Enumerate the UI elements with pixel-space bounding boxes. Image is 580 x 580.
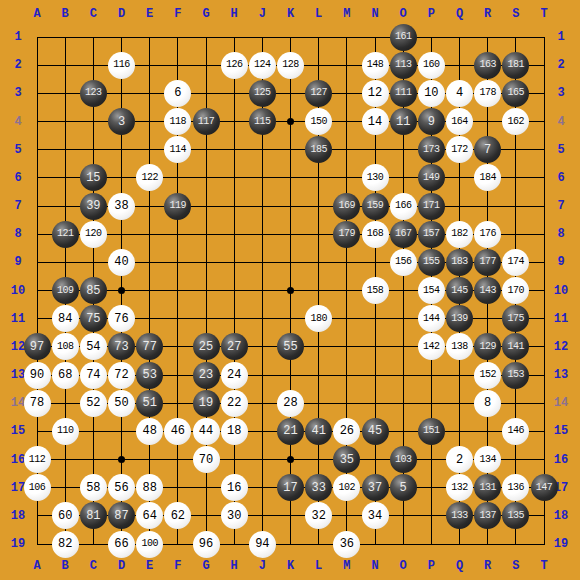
column-label-top: K	[287, 8, 294, 20]
stone-D9: 40	[108, 249, 135, 276]
row-label-right: 18	[554, 510, 568, 522]
column-label-top: H	[231, 8, 238, 20]
stone-D13: 72	[108, 362, 135, 389]
stone-C10: 85	[80, 277, 107, 304]
column-label-bottom: M	[343, 560, 350, 572]
stone-S3: 165	[502, 80, 529, 107]
stone-S4: 162	[502, 108, 529, 135]
column-label-top: R	[484, 8, 491, 20]
row-label-left: 3	[14, 87, 21, 99]
column-label-bottom: C	[90, 560, 97, 572]
row-label-right: 15	[554, 425, 568, 437]
stone-E17: 88	[136, 474, 163, 501]
row-label-right: 10	[554, 285, 568, 297]
star-point	[287, 118, 294, 125]
column-label-top: F	[174, 8, 181, 20]
stone-P15: 151	[418, 418, 445, 445]
star-point	[287, 456, 294, 463]
stone-D12: 73	[108, 333, 135, 360]
stone-L11: 180	[305, 305, 332, 332]
stone-Q8: 182	[446, 221, 473, 248]
stone-H13: 24	[221, 362, 248, 389]
stone-P5: 173	[418, 136, 445, 163]
stone-K17: 17	[277, 474, 304, 501]
stone-N7: 159	[362, 193, 389, 220]
stone-Q11: 139	[446, 305, 473, 332]
column-label-top: M	[343, 8, 350, 20]
stone-S17: 136	[502, 474, 529, 501]
stone-J3: 125	[249, 80, 276, 107]
stone-Q17: 132	[446, 474, 473, 501]
row-label-left: 11	[11, 313, 25, 325]
stone-L17: 33	[305, 474, 332, 501]
stone-E14: 51	[136, 390, 163, 417]
column-label-top: L	[315, 8, 322, 20]
stone-D2: 116	[108, 52, 135, 79]
row-label-right: 1	[557, 31, 564, 43]
stone-R12: 129	[474, 333, 501, 360]
stone-K2: 128	[277, 52, 304, 79]
go-board[interactable]: AABBCCDDEEFFGGHHJJKKLLMMNNOOPPQQRRSSTT11…	[0, 0, 580, 580]
column-label-top: J	[259, 8, 266, 20]
stone-L3: 127	[305, 80, 332, 107]
row-label-right: 3	[557, 87, 564, 99]
stone-C14: 52	[80, 390, 107, 417]
stone-Q10: 145	[446, 277, 473, 304]
stone-P12: 142	[418, 333, 445, 360]
stone-P6: 149	[418, 164, 445, 191]
star-point	[118, 287, 125, 294]
stone-C7: 39	[80, 193, 107, 220]
stone-B11: 84	[52, 305, 79, 332]
row-label-right: 16	[554, 454, 568, 466]
stone-B18: 60	[52, 502, 79, 529]
star-point	[118, 456, 125, 463]
row-label-left: 2	[14, 59, 21, 71]
column-label-bottom: E	[146, 560, 153, 572]
stone-A17: 106	[24, 474, 51, 501]
row-label-left: 5	[14, 144, 21, 156]
stone-H18: 30	[221, 502, 248, 529]
row-label-right: 2	[557, 59, 564, 71]
stone-S15: 146	[502, 418, 529, 445]
stone-M7: 169	[333, 193, 360, 220]
stone-M16: 35	[333, 446, 360, 473]
stone-C13: 74	[80, 362, 107, 389]
row-label-right: 14	[554, 397, 568, 409]
stone-Q12: 138	[446, 333, 473, 360]
stone-H12: 27	[221, 333, 248, 360]
stone-H15: 18	[221, 418, 248, 445]
stone-G14: 19	[193, 390, 220, 417]
stone-G13: 23	[193, 362, 220, 389]
stone-C17: 58	[80, 474, 107, 501]
stone-L4: 150	[305, 108, 332, 135]
stone-F18: 62	[164, 502, 191, 529]
stone-R3: 178	[474, 80, 501, 107]
stone-R13: 152	[474, 362, 501, 389]
stone-E13: 53	[136, 362, 163, 389]
stone-L15: 41	[305, 418, 332, 445]
row-label-right: 19	[554, 538, 568, 550]
stone-D14: 50	[108, 390, 135, 417]
stone-C3: 123	[80, 80, 107, 107]
row-label-left: 9	[14, 256, 21, 268]
stone-E19: 100	[136, 531, 163, 558]
stone-N15: 45	[362, 418, 389, 445]
stone-R2: 163	[474, 52, 501, 79]
stone-C12: 54	[80, 333, 107, 360]
stone-L5: 185	[305, 136, 332, 163]
column-label-top: N	[371, 8, 378, 20]
stone-O4: 11	[390, 108, 417, 135]
stone-O16: 103	[390, 446, 417, 473]
column-label-top: G	[202, 8, 209, 20]
stone-P4: 9	[418, 108, 445, 135]
stone-R6: 184	[474, 164, 501, 191]
stone-K12: 55	[277, 333, 304, 360]
stone-R17: 131	[474, 474, 501, 501]
column-label-top: A	[33, 8, 40, 20]
row-label-right: 13	[554, 369, 568, 381]
row-label-right: 7	[557, 200, 564, 212]
stone-S11: 175	[502, 305, 529, 332]
stone-D18: 87	[108, 502, 135, 529]
stone-R5: 7	[474, 136, 501, 163]
stone-S12: 141	[502, 333, 529, 360]
stone-T17: 147	[531, 474, 558, 501]
stone-B10: 109	[52, 277, 79, 304]
stone-A13: 90	[24, 362, 51, 389]
stone-L18: 32	[305, 502, 332, 529]
stone-S10: 170	[502, 277, 529, 304]
row-label-right: 12	[554, 341, 568, 353]
stone-Q18: 133	[446, 502, 473, 529]
stone-K15: 21	[277, 418, 304, 445]
row-label-right: 4	[557, 116, 564, 128]
row-label-left: 15	[11, 425, 25, 437]
stone-R16: 134	[474, 446, 501, 473]
stone-S9: 174	[502, 249, 529, 276]
stone-A12: 97	[24, 333, 51, 360]
stone-B13: 68	[52, 362, 79, 389]
stone-G19: 96	[193, 531, 220, 558]
stone-J2: 124	[249, 52, 276, 79]
stone-R14: 8	[474, 390, 501, 417]
stone-N6: 130	[362, 164, 389, 191]
stone-O1: 161	[390, 24, 417, 51]
column-label-top: S	[512, 8, 519, 20]
stone-M15: 26	[333, 418, 360, 445]
column-label-top: T	[540, 8, 547, 20]
stone-F4: 118	[164, 108, 191, 135]
stone-N17: 37	[362, 474, 389, 501]
stone-B12: 108	[52, 333, 79, 360]
column-label-bottom: L	[315, 560, 322, 572]
column-label-bottom: T	[540, 560, 547, 572]
stone-P3: 10	[418, 80, 445, 107]
stone-D11: 76	[108, 305, 135, 332]
column-label-top: B	[62, 8, 69, 20]
row-label-right: 11	[554, 313, 568, 325]
stone-E18: 64	[136, 502, 163, 529]
stone-G15: 44	[193, 418, 220, 445]
stone-E15: 48	[136, 418, 163, 445]
stone-D19: 66	[108, 531, 135, 558]
stone-B15: 110	[52, 418, 79, 445]
stone-G16: 70	[193, 446, 220, 473]
stone-N10: 158	[362, 277, 389, 304]
stone-O7: 166	[390, 193, 417, 220]
stone-D17: 56	[108, 474, 135, 501]
stone-R18: 137	[474, 502, 501, 529]
stone-N8: 168	[362, 221, 389, 248]
stone-R8: 176	[474, 221, 501, 248]
column-label-top: O	[400, 8, 407, 20]
stone-F15: 46	[164, 418, 191, 445]
stone-P2: 160	[418, 52, 445, 79]
stone-G4: 117	[193, 108, 220, 135]
grid-line-vertical	[544, 37, 545, 545]
stone-P7: 171	[418, 193, 445, 220]
row-label-left: 18	[11, 510, 25, 522]
column-label-bottom: A	[33, 560, 40, 572]
row-label-left: 4	[14, 116, 21, 128]
row-label-left: 1	[14, 31, 21, 43]
column-label-bottom: N	[371, 560, 378, 572]
stone-P9: 155	[418, 249, 445, 276]
stone-M19: 36	[333, 531, 360, 558]
stone-O2: 113	[390, 52, 417, 79]
column-label-bottom: J	[259, 560, 266, 572]
column-label-top: D	[118, 8, 125, 20]
stone-A14: 78	[24, 390, 51, 417]
column-label-bottom: F	[174, 560, 181, 572]
column-label-bottom: P	[428, 560, 435, 572]
column-label-top: C	[90, 8, 97, 20]
row-label-right: 8	[557, 228, 564, 240]
stone-Q9: 183	[446, 249, 473, 276]
stone-O9: 156	[390, 249, 417, 276]
stone-Q4: 164	[446, 108, 473, 135]
stone-O8: 167	[390, 221, 417, 248]
stone-R9: 177	[474, 249, 501, 276]
column-label-bottom: D	[118, 560, 125, 572]
stone-S13: 153	[502, 362, 529, 389]
stone-M8: 179	[333, 221, 360, 248]
stone-S18: 135	[502, 502, 529, 529]
row-label-right: 6	[557, 172, 564, 184]
column-label-bottom: G	[202, 560, 209, 572]
stone-P10: 154	[418, 277, 445, 304]
stone-C8: 120	[80, 221, 107, 248]
column-label-top: E	[146, 8, 153, 20]
stone-N2: 148	[362, 52, 389, 79]
stone-M17: 102	[333, 474, 360, 501]
stone-J4: 115	[249, 108, 276, 135]
stone-C18: 81	[80, 502, 107, 529]
column-label-bottom: H	[231, 560, 238, 572]
stone-F7: 119	[164, 193, 191, 220]
stone-H2: 126	[221, 52, 248, 79]
column-label-bottom: O	[400, 560, 407, 572]
stone-H17: 16	[221, 474, 248, 501]
stone-N4: 14	[362, 108, 389, 135]
row-label-right: 9	[557, 256, 564, 268]
row-label-left: 8	[14, 228, 21, 240]
stone-C6: 15	[80, 164, 107, 191]
stone-Q16: 2	[446, 446, 473, 473]
column-label-bottom: K	[287, 560, 294, 572]
row-label-left: 7	[14, 200, 21, 212]
stone-P11: 144	[418, 305, 445, 332]
stone-P8: 157	[418, 221, 445, 248]
stone-H14: 22	[221, 390, 248, 417]
stone-G12: 25	[193, 333, 220, 360]
column-label-top: Q	[456, 8, 463, 20]
stone-F5: 114	[164, 136, 191, 163]
stone-Q3: 4	[446, 80, 473, 107]
stone-B19: 82	[52, 531, 79, 558]
stone-N3: 12	[362, 80, 389, 107]
column-label-bottom: Q	[456, 560, 463, 572]
stone-K14: 28	[277, 390, 304, 417]
row-label-left: 6	[14, 172, 21, 184]
stone-D4: 3	[108, 108, 135, 135]
stone-C11: 75	[80, 305, 107, 332]
row-label-left: 10	[11, 285, 25, 297]
column-label-bottom: B	[62, 560, 69, 572]
stone-O17: 5	[390, 474, 417, 501]
stone-S2: 181	[502, 52, 529, 79]
column-label-top: P	[428, 8, 435, 20]
stone-Q5: 172	[446, 136, 473, 163]
row-label-right: 5	[557, 144, 564, 156]
stone-N18: 34	[362, 502, 389, 529]
stone-A16: 112	[24, 446, 51, 473]
row-label-left: 19	[11, 538, 25, 550]
stone-E12: 77	[136, 333, 163, 360]
stone-B8: 121	[52, 221, 79, 248]
stone-O3: 111	[390, 80, 417, 107]
stone-E6: 122	[136, 164, 163, 191]
column-label-bottom: S	[512, 560, 519, 572]
star-point	[287, 287, 294, 294]
stone-F3: 6	[164, 80, 191, 107]
stone-R10: 143	[474, 277, 501, 304]
column-label-bottom: R	[484, 560, 491, 572]
stone-D7: 38	[108, 193, 135, 220]
stone-J19: 94	[249, 531, 276, 558]
